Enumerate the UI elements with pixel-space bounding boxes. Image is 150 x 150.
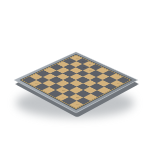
chess-board[interactable]: ♜♟♟♜♞♟♟♞♝♟♟♝♛♟♟♛♚♟♟♚♝♟♟♝♞♟♟♞♜♟♟♜ xyxy=(14,52,138,113)
scene-3d: ♜♟♟♜♞♟♟♞♝♟♟♝♛♟♟♛♚♟♟♚♝♟♟♝♞♟♟♞♜♟♟♜ xyxy=(0,0,150,150)
checkerboard-grid: ♜♟♟♜♞♟♟♞♝♟♟♝♛♟♟♛♚♟♟♚♝♟♟♝♞♟♟♞♜♟♟♜ xyxy=(22,55,129,108)
chess-set-photo: ♜♟♟♜♞♟♟♞♝♟♟♝♛♟♟♛♚♟♟♚♝♟♟♝♞♟♟♞♜♟♟♜ xyxy=(0,0,150,150)
piece-glyph: ♜ xyxy=(71,95,81,106)
piece-glyph: ♟ xyxy=(113,75,121,84)
